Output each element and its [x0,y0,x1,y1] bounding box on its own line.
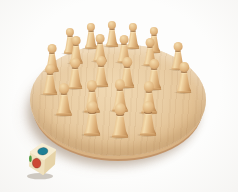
peg-body [84,112,101,136]
peg-head [59,83,69,94]
peg-head [48,44,57,53]
peg-head [96,56,106,66]
peg-head [144,81,154,92]
peg-head [72,36,81,45]
peg-head [87,23,95,32]
peg-head [87,80,97,91]
die-green-dot [29,156,32,163]
peg-head [143,101,154,112]
product-photo-scene [0,0,238,192]
peg-head [149,59,159,69]
peg-head [122,57,132,67]
color-die[interactable] [24,140,60,180]
memory-peg[interactable] [177,62,192,93]
memory-peg[interactable] [112,103,129,138]
peg-head [150,27,158,36]
peg-head [96,34,105,43]
peg-body [140,112,157,136]
peg-head [70,58,80,68]
memory-peg[interactable] [56,83,72,116]
memory-peg[interactable] [84,101,101,136]
peg-head [129,23,137,32]
peg-head [115,103,126,114]
peg-body [112,114,129,138]
peg-head [146,38,155,47]
color-die-graphic [24,140,60,180]
peg-body [56,93,72,115]
peg-head [120,35,129,44]
peg-head [179,62,189,72]
peg-head [45,64,55,74]
peg-head [174,42,183,51]
peg-head [108,21,116,30]
peg-body [177,72,192,93]
peg-head [87,101,98,112]
memory-peg[interactable] [140,101,157,136]
peg-head [115,79,125,90]
die-shadow [27,173,53,179]
